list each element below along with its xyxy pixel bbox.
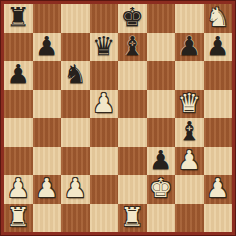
piece-white-pawn[interactable]: ♟ (206, 175, 229, 201)
square-b5[interactable] (33, 90, 62, 119)
piece-black-pawn[interactable]: ♟ (35, 33, 58, 59)
square-c7[interactable] (61, 33, 90, 62)
square-h7[interactable]: ♟ (204, 33, 233, 62)
square-g8[interactable] (175, 4, 204, 33)
piece-white-knight[interactable]: ♞ (206, 4, 229, 30)
square-e3[interactable] (118, 147, 147, 176)
square-a5[interactable] (4, 90, 33, 119)
square-b3[interactable] (33, 147, 62, 176)
piece-white-pawn[interactable]: ♟ (64, 175, 87, 201)
square-b2[interactable]: ♟ (33, 175, 62, 204)
square-d4[interactable] (90, 118, 119, 147)
square-e4[interactable] (118, 118, 147, 147)
square-c8[interactable] (61, 4, 90, 33)
piece-black-queen[interactable]: ♛ (92, 33, 115, 59)
square-a2[interactable]: ♟ (4, 175, 33, 204)
square-d8[interactable] (90, 4, 119, 33)
square-b7[interactable]: ♟ (33, 33, 62, 62)
square-a3[interactable] (4, 147, 33, 176)
square-h8[interactable]: ♞ (204, 4, 233, 33)
square-f7[interactable] (147, 33, 176, 62)
square-a1[interactable]: ♜ (4, 204, 33, 233)
piece-black-king[interactable]: ♚ (121, 4, 144, 30)
piece-black-rook[interactable]: ♜ (7, 4, 30, 30)
piece-black-bishop[interactable]: ♝ (178, 118, 201, 144)
piece-white-pawn[interactable]: ♟ (35, 175, 58, 201)
square-c3[interactable] (61, 147, 90, 176)
square-h3[interactable] (204, 147, 233, 176)
square-e6[interactable] (118, 61, 147, 90)
piece-white-queen[interactable]: ♛ (178, 90, 201, 116)
square-g4[interactable]: ♝ (175, 118, 204, 147)
square-c2[interactable]: ♟ (61, 175, 90, 204)
square-f2[interactable]: ♚ (147, 175, 176, 204)
piece-white-pawn[interactable]: ♟ (7, 175, 30, 201)
square-c1[interactable] (61, 204, 90, 233)
piece-white-pawn[interactable]: ♟ (92, 90, 115, 116)
piece-white-king[interactable]: ♚ (149, 175, 172, 201)
square-e1[interactable]: ♜ (118, 204, 147, 233)
piece-black-pawn[interactable]: ♟ (206, 33, 229, 59)
square-a8[interactable]: ♜ (4, 4, 33, 33)
square-e5[interactable] (118, 90, 147, 119)
square-f3[interactable]: ♟ (147, 147, 176, 176)
chess-board-frame: ♜♚♞♟♛♝♟♟♟♞♟♛♝♟♟♟♟♟♚♟♜♜ (0, 0, 236, 236)
square-f5[interactable] (147, 90, 176, 119)
piece-white-pawn[interactable]: ♟ (178, 147, 201, 173)
square-a6[interactable]: ♟ (4, 61, 33, 90)
square-c6[interactable]: ♞ (61, 61, 90, 90)
square-e7[interactable]: ♝ (118, 33, 147, 62)
square-h4[interactable] (204, 118, 233, 147)
square-d5[interactable]: ♟ (90, 90, 119, 119)
square-h5[interactable] (204, 90, 233, 119)
square-c4[interactable] (61, 118, 90, 147)
square-b1[interactable] (33, 204, 62, 233)
square-f4[interactable] (147, 118, 176, 147)
square-b6[interactable] (33, 61, 62, 90)
square-c5[interactable] (61, 90, 90, 119)
square-a7[interactable] (4, 33, 33, 62)
square-d1[interactable] (90, 204, 119, 233)
square-f8[interactable] (147, 4, 176, 33)
square-g2[interactable] (175, 175, 204, 204)
piece-white-rook[interactable]: ♜ (7, 204, 30, 230)
square-h1[interactable] (204, 204, 233, 233)
square-g3[interactable]: ♟ (175, 147, 204, 176)
square-b4[interactable] (33, 118, 62, 147)
piece-white-rook[interactable]: ♜ (121, 204, 144, 230)
square-g7[interactable]: ♟ (175, 33, 204, 62)
square-f6[interactable] (147, 61, 176, 90)
square-d7[interactable]: ♛ (90, 33, 119, 62)
square-h6[interactable] (204, 61, 233, 90)
chess-board: ♜♚♞♟♛♝♟♟♟♞♟♛♝♟♟♟♟♟♚♟♜♜ (4, 4, 232, 232)
square-g5[interactable]: ♛ (175, 90, 204, 119)
piece-black-knight[interactable]: ♞ (64, 61, 87, 87)
piece-black-pawn[interactable]: ♟ (7, 61, 30, 87)
piece-black-pawn[interactable]: ♟ (149, 147, 172, 173)
square-d2[interactable] (90, 175, 119, 204)
square-b8[interactable] (33, 4, 62, 33)
square-e8[interactable]: ♚ (118, 4, 147, 33)
square-h2[interactable]: ♟ (204, 175, 233, 204)
piece-black-bishop[interactable]: ♝ (121, 33, 144, 59)
square-d6[interactable] (90, 61, 119, 90)
square-g6[interactable] (175, 61, 204, 90)
square-a4[interactable] (4, 118, 33, 147)
square-g1[interactable] (175, 204, 204, 233)
square-d3[interactable] (90, 147, 119, 176)
piece-black-pawn[interactable]: ♟ (178, 33, 201, 59)
square-f1[interactable] (147, 204, 176, 233)
square-e2[interactable] (118, 175, 147, 204)
